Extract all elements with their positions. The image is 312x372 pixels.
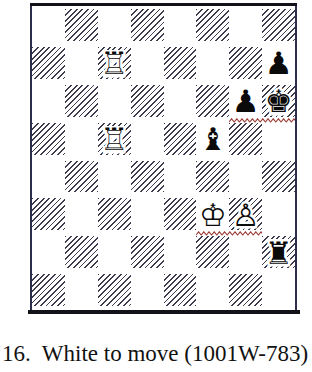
square-d2 [131,234,164,272]
square-c1 [98,272,131,310]
piece-white-king-f3 [196,196,229,234]
caption: 16. White to move (1001W-783) [2,341,312,367]
square-f8 [196,7,229,45]
square-b7 [65,45,98,83]
square-e3 [164,196,197,234]
square-g7 [229,45,262,83]
square-e5 [164,121,197,159]
square-a4 [32,159,65,197]
piece-white-pawn-g3 [229,196,262,234]
square-f3 [196,196,229,234]
square-e6 [164,83,197,121]
piece-white-rook-c7 [98,45,131,83]
square-b4 [65,159,98,197]
board-border-right [295,6,297,310]
square-h8 [262,7,295,45]
square-f5 [196,121,229,159]
square-a1 [32,272,65,310]
square-c3 [98,196,131,234]
move-highlight-underline [196,231,262,236]
square-f6 [196,83,229,121]
square-e8 [164,7,197,45]
square-c4 [98,159,131,197]
square-h5 [262,121,295,159]
square-d5 [131,121,164,159]
square-c7 [98,45,131,83]
square-c6 [98,83,131,121]
square-a7 [32,45,65,83]
square-e1 [164,272,197,310]
square-g8 [229,7,262,45]
square-f1 [196,272,229,310]
square-d8 [131,7,164,45]
square-e2 [164,234,197,272]
square-d4 [131,159,164,197]
square-d3 [131,196,164,234]
square-b2 [65,234,98,272]
square-e4 [164,159,197,197]
square-b3 [65,196,98,234]
piece-black-bishop-f5 [196,121,229,159]
piece-black-pawn-g6 [229,83,262,121]
square-c5 [98,121,131,159]
square-h2 [262,234,295,272]
square-h4 [262,159,295,197]
square-a2 [32,234,65,272]
move-highlight-underline [229,118,295,123]
square-g6 [229,83,262,121]
square-a3 [32,196,65,234]
square-d1 [131,272,164,310]
square-f4 [196,159,229,197]
square-g3 [229,196,262,234]
square-f7 [196,45,229,83]
square-g5 [229,121,262,159]
square-b1 [65,272,98,310]
board-border-top [30,3,297,6]
piece-black-pawn-h7 [262,45,295,83]
piece-black-king-h6 [262,83,295,121]
square-c8 [98,7,131,45]
square-h7 [262,45,295,83]
square-h1 [262,272,295,310]
square-d7 [131,45,164,83]
piece-white-rook-c5 [98,121,131,159]
square-c2 [98,234,131,272]
square-g2 [229,234,262,272]
square-b8 [65,7,98,45]
square-h6 [262,83,295,121]
board-border-bottom [28,310,300,314]
square-d6 [131,83,164,121]
square-g4 [229,159,262,197]
square-b6 [65,83,98,121]
square-h3 [262,196,295,234]
square-a8 [32,7,65,45]
square-e7 [164,45,197,83]
square-a6 [32,83,65,121]
board-squares [32,7,295,310]
square-a5 [32,121,65,159]
square-g1 [229,272,262,310]
square-b5 [65,121,98,159]
square-f2 [196,234,229,272]
piece-black-rook-h2 [262,234,295,272]
chess-board [0,0,312,318]
